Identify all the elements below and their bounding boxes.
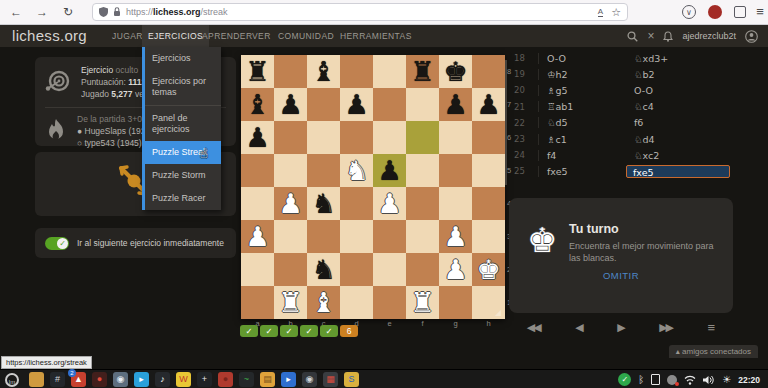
square-d8[interactable] — [340, 55, 373, 88]
move-row-24: 24f4♘xc2 — [508, 147, 740, 163]
black-pawn[interactable]: ♟ — [278, 88, 302, 121]
taskbar-icon-app-blue[interactable]: ▸ — [281, 372, 296, 387]
move-list: 18O-O♘xd3+19♔h2♘b220♗g5O-O21♖ab1♘c422♘d5… — [508, 50, 740, 180]
clock: 22:20 — [738, 375, 760, 385]
square-b7[interactable]: ♟ — [274, 88, 307, 121]
screen: ← → ↻ https://lichess.org/streak A ☆ ∨ ≡… — [0, 0, 768, 388]
square-f2[interactable] — [406, 253, 439, 286]
menu-item-ejercicios[interactable]: Ejercicios — [145, 47, 221, 70]
auto-next-card: ✓ Ir al siguiente ejercicio inmediatamen… — [35, 228, 236, 258]
file-label-g: g — [439, 319, 472, 328]
site-logo[interactable]: lichess.org — [12, 27, 87, 44]
white-move[interactable]: f4 — [538, 150, 626, 161]
black-move-current[interactable]: fxe5 — [626, 165, 730, 178]
square-e3[interactable] — [373, 220, 406, 253]
clipboard-icon[interactable] — [651, 374, 660, 385]
white-move[interactable]: ♘d5 — [538, 117, 626, 128]
taskbar-icon-app-swirl[interactable]: S — [344, 372, 359, 387]
black-pawn[interactable]: ♟ — [245, 121, 269, 154]
square-g1[interactable] — [439, 286, 472, 319]
square-d4[interactable] — [340, 187, 373, 220]
wifi-icon[interactable] — [684, 375, 696, 385]
notifications-icon[interactable] — [667, 375, 677, 385]
move-number: 23 — [508, 134, 538, 144]
target-icon — [45, 69, 71, 95]
from-game-text: De la partida 3+0 ● HugeSlaps (192 ○ typ… — [77, 113, 145, 149]
next-move-button[interactable]: ▶ — [617, 321, 623, 334]
skip-button[interactable]: OMITIR — [509, 270, 733, 281]
taskbar-icon-monitor[interactable]: ~ — [239, 372, 254, 387]
chess-board[interactable]: ♜♝♜♚♝♟♟♟♟♟♞♟♟♞♟♟♟♞♟♚♜♝♜ — [241, 55, 505, 319]
square-h8[interactable] — [472, 55, 505, 88]
white-king-icon: ♚ — [527, 220, 557, 260]
square-a8[interactable]: ♜ — [241, 55, 274, 88]
taskbar-apps: #▲2●◉▸♪W+●~▤▸◉▦S — [29, 372, 365, 387]
system-tray: ✓ ᛒ ☀ 22:20 — [618, 373, 768, 386]
move-row-20: 20♗g5O-O — [508, 82, 740, 98]
black-knight[interactable]: ♞ — [311, 253, 335, 286]
ejercicios-dropdown: EjerciciosEjercicios por temasPanel de e… — [142, 47, 221, 210]
move-number: 21 — [508, 102, 538, 112]
move-number: 22 — [508, 118, 538, 128]
square-a1[interactable] — [241, 286, 274, 319]
white-rook[interactable]: ♜ — [410, 286, 434, 319]
square-d2[interactable] — [340, 253, 373, 286]
square-c4[interactable]: ♞ — [307, 187, 340, 220]
analysis-menu-icon[interactable]: ≡ — [708, 320, 716, 335]
reload-button[interactable]: ↻ — [60, 4, 76, 20]
taskbar-icon-telegram[interactable]: ▸ — [134, 372, 149, 387]
volume-icon[interactable] — [703, 375, 715, 385]
square-c6[interactable] — [307, 121, 340, 154]
move-number: 19 — [508, 69, 538, 79]
square-h2[interactable]: ♚ — [472, 253, 505, 286]
square-a6[interactable]: ♟ — [241, 121, 274, 154]
taskbar-icon-brave[interactable]: ▲2 — [71, 372, 86, 387]
adblock-icon[interactable] — [708, 5, 722, 19]
username[interactable]: ajedrezclub2t — [682, 31, 736, 41]
square-d3[interactable] — [340, 220, 373, 253]
menu-item-ejercicios-por-temas[interactable]: Ejercicios por temas — [145, 70, 221, 104]
move-row-22: 22♘d5f6 — [508, 115, 740, 131]
shield-icon[interactable] — [99, 7, 108, 17]
auto-next-label: Ir al siguiente ejercicio inmediatamente — [77, 238, 224, 248]
first-move-button[interactable]: ◀◀ — [527, 321, 540, 334]
square-a5[interactable] — [241, 154, 274, 187]
taskbar-icon-app-dark[interactable]: + — [197, 372, 212, 387]
file-label-f: f — [406, 319, 439, 328]
black-rook[interactable]: ♜ — [410, 55, 434, 88]
square-g6[interactable] — [439, 121, 472, 154]
taskbar-icon-app-yellow[interactable]: W — [176, 372, 191, 387]
search-icon[interactable] — [627, 31, 638, 42]
taskbar-icon-app-gray[interactable]: ◉ — [113, 372, 128, 387]
turn-panel: ♚ Tu turno Encuentra el mejor movimiento… — [509, 198, 733, 313]
streak-solved-5: ✓ — [320, 325, 338, 337]
pocket-icon[interactable]: ∨ — [682, 5, 696, 19]
black-move[interactable]: ♘xd3+ — [626, 53, 730, 64]
browser-menu-icon[interactable]: ≡ — [752, 4, 768, 20]
move-number: 20 — [508, 85, 538, 95]
turn-title: Tu turno — [569, 222, 619, 236]
square-g2[interactable]: ♟ — [439, 253, 472, 286]
square-g7[interactable]: ♟ — [439, 88, 472, 121]
white-rook[interactable]: ♜ — [278, 286, 302, 319]
square-d6[interactable] — [340, 121, 373, 154]
square-b1[interactable]: ♜ — [274, 286, 307, 319]
taskbar-icon-files[interactable] — [29, 372, 44, 387]
status-tooltip: https://lichess.org/streak — [1, 356, 92, 369]
white-move[interactable]: O-O — [538, 53, 626, 64]
black-move[interactable]: ♘c4 — [626, 101, 730, 112]
start-menu-button[interactable]: lm — [5, 373, 19, 387]
white-move[interactable]: ♖ab1 — [538, 101, 626, 112]
translate-icon[interactable]: A — [598, 7, 603, 17]
move-number: 25 — [508, 166, 538, 176]
brightness-icon[interactable]: ☀ — [722, 374, 731, 385]
url-text[interactable]: https://lichess.org/streak — [126, 7, 228, 17]
back-button[interactable]: ← — [8, 4, 24, 20]
move-row-19: 19♔h2♘b2 — [508, 66, 740, 82]
auto-next-toggle[interactable]: ✓ — [45, 237, 69, 250]
square-e6[interactable] — [373, 121, 406, 154]
bluetooth-icon[interactable]: ᛒ — [638, 374, 644, 385]
black-pawn[interactable]: ♟ — [344, 88, 368, 121]
nav-item-aprender[interactable]: APRENDER — [202, 25, 252, 47]
extensions-icon[interactable] — [734, 6, 746, 18]
taskbar-icon-app-grid[interactable]: ▦ — [323, 372, 338, 387]
url-bar[interactable]: https://lichess.org/streak A ☆ — [92, 3, 628, 21]
square-h3[interactable] — [472, 220, 505, 253]
move-number: 18 — [508, 53, 538, 63]
black-move[interactable]: ♘b2 — [626, 69, 730, 80]
nav-item-jugar[interactable]: JUGAR — [112, 25, 143, 47]
white-pawn[interactable]: ♟ — [377, 187, 401, 220]
square-g3[interactable]: ♟ — [439, 220, 472, 253]
move-row-23: 23♗c1♘d4 — [508, 131, 740, 147]
square-f1[interactable]: ♜ — [406, 286, 439, 319]
square-c5[interactable] — [307, 154, 340, 187]
square-a3[interactable]: ♟ — [241, 220, 274, 253]
square-c3[interactable] — [307, 220, 340, 253]
square-d5[interactable]: ♞ — [340, 154, 373, 187]
white-move[interactable]: ♔h2 — [538, 69, 626, 80]
streak-solved-3: ✓ — [280, 325, 298, 337]
white-pawn[interactable]: ♟ — [443, 220, 467, 253]
square-h6[interactable] — [472, 121, 505, 154]
menu-item-puzzle-storm[interactable]: Puzzle Storm — [145, 164, 221, 187]
white-bishop[interactable]: ♝ — [311, 286, 335, 319]
square-f7[interactable] — [406, 88, 439, 121]
square-e5[interactable]: ♟ — [373, 154, 406, 187]
black-move[interactable]: O-O — [626, 85, 730, 96]
black-pawn[interactable]: ♟ — [377, 154, 401, 187]
square-e7[interactable] — [373, 88, 406, 121]
white-pawn[interactable]: ♟ — [245, 220, 269, 253]
browser-toolbar: ← → ↻ https://lichess.org/streak A ☆ ∨ ≡ — [0, 0, 768, 25]
lock-icon — [113, 7, 121, 17]
square-a7[interactable]: ♝ — [241, 88, 274, 121]
black-bishop[interactable]: ♝ — [311, 55, 335, 88]
menu-item-puzzle-streak[interactable]: Puzzle Streak — [145, 141, 221, 164]
square-c1[interactable]: ♝ — [307, 286, 340, 319]
white-knight[interactable]: ♞ — [344, 154, 368, 187]
bell-icon[interactable] — [663, 31, 673, 42]
square-f6[interactable] — [406, 121, 439, 154]
turn-subtitle: Encuentra el mejor movimiento para las b… — [569, 240, 719, 264]
last-move-button[interactable]: ▶▶ — [659, 321, 672, 334]
square-g8[interactable]: ♚ — [439, 55, 472, 88]
move-row-18: 18O-O♘xd3+ — [508, 50, 740, 66]
prev-move-button[interactable]: ◀ — [575, 321, 581, 334]
cursor-hand-icon: ☝ — [200, 146, 208, 161]
menu-item-panel-de-ejercicios[interactable]: Panel de ejercicios — [145, 107, 221, 141]
nav-item-ver[interactable]: VER — [252, 25, 271, 47]
square-b6[interactable] — [274, 121, 307, 154]
menu-item-puzzle-racer[interactable]: Puzzle Racer — [145, 187, 221, 210]
square-b2[interactable] — [274, 253, 307, 286]
streak-current: 6 — [340, 325, 358, 337]
square-b8[interactable] — [274, 55, 307, 88]
square-g4[interactable] — [439, 187, 472, 220]
move-row-21: 21♖ab1♘c4 — [508, 99, 740, 115]
square-f3[interactable] — [406, 220, 439, 253]
square-b5[interactable] — [274, 154, 307, 187]
black-king[interactable]: ♚ — [443, 55, 467, 88]
square-h7[interactable]: ♟ — [472, 88, 505, 121]
bookmark-star-icon[interactable]: ☆ — [611, 6, 621, 19]
move-number: 24 — [508, 150, 538, 160]
move-row-25: 25fxe5fxe5 — [508, 163, 740, 179]
square-c2[interactable]: ♞ — [307, 253, 340, 286]
square-b4[interactable]: ♟ — [274, 187, 307, 220]
taskbar-icon-app-crimson[interactable]: ● — [218, 372, 233, 387]
square-g5[interactable] — [439, 154, 472, 187]
square-c8[interactable]: ♝ — [307, 55, 340, 88]
navbar-right: × ajedrezclub2t — [627, 25, 758, 47]
avatar-icon[interactable] — [745, 30, 758, 43]
black-bishop[interactable]: ♝ — [245, 88, 269, 121]
black-move[interactable]: ♘d4 — [626, 134, 730, 145]
puzzle-info-text: Ejercicio oculto Puntuación: 1112 Jugado… — [81, 64, 148, 100]
white-pawn[interactable]: ♟ — [278, 187, 302, 220]
square-f8[interactable]: ♜ — [406, 55, 439, 88]
white-king[interactable]: ♚ — [476, 253, 500, 286]
black-pawn[interactable]: ♟ — [476, 88, 500, 121]
taskbar-icon-app-red[interactable]: ● — [92, 372, 107, 387]
challenges-icon[interactable]: × — [647, 30, 654, 42]
forward-button[interactable]: → — [34, 4, 50, 20]
square-e8[interactable] — [373, 55, 406, 88]
square-f4[interactable] — [406, 187, 439, 220]
nav-item-comunidad[interactable]: COMUNIDAD — [278, 25, 334, 47]
taskbar-icon-screenshot[interactable]: ◉ — [302, 372, 317, 387]
white-move[interactable]: fxe5 — [538, 166, 626, 177]
square-h4[interactable] — [472, 187, 505, 220]
square-c7[interactable] — [307, 88, 340, 121]
black-pawn[interactable]: ♟ — [443, 88, 467, 121]
site-navbar: lichess.org JUGAREJERCICIOSAPRENDERVERCO… — [0, 25, 768, 47]
white-move[interactable]: ♗c1 — [538, 134, 626, 145]
nav-item-herramientas[interactable]: HERRAMIENTAS — [340, 25, 412, 47]
white-pawn[interactable]: ♟ — [443, 253, 467, 286]
square-a2[interactable] — [241, 253, 274, 286]
badge: 2 — [68, 369, 76, 377]
black-move[interactable]: f6 — [626, 117, 730, 128]
square-b3[interactable] — [274, 220, 307, 253]
board-resize-grip[interactable]: ◢ — [495, 308, 501, 317]
file-label-h: h — [472, 319, 505, 328]
black-rook[interactable]: ♜ — [245, 55, 269, 88]
square-e1[interactable] — [373, 286, 406, 319]
movelist-scrollbar[interactable] — [505, 60, 507, 185]
square-e4[interactable]: ♟ — [373, 187, 406, 220]
square-a4[interactable] — [241, 187, 274, 220]
square-e2[interactable] — [373, 253, 406, 286]
nav-item-ejercicios[interactable]: EJERCICIOS — [142, 25, 209, 47]
taskbar: lm #▲2●◉▸♪W+●~▤▸◉▦S ✓ ᛒ ☀ 22:20 — [0, 369, 768, 388]
flame-icon — [45, 118, 67, 144]
black-knight[interactable]: ♞ — [311, 187, 335, 220]
streak-solved-4: ✓ — [300, 325, 318, 337]
taskbar-icon-terminal[interactable]: # — [50, 372, 65, 387]
square-h5[interactable] — [472, 154, 505, 187]
streak-solved-1: ✓ — [240, 325, 258, 337]
square-d7[interactable]: ♟ — [340, 88, 373, 121]
menu-divider — [145, 105, 221, 106]
square-d1[interactable] — [340, 286, 373, 319]
white-move[interactable]: ♗g5 — [538, 85, 626, 96]
streak-progress: ✓✓✓✓✓6 — [240, 325, 358, 337]
black-move[interactable]: ♘xc2 — [626, 150, 730, 161]
antivirus-icon[interactable]: ✓ — [618, 373, 631, 386]
square-f5[interactable] — [406, 154, 439, 187]
friends-online-button[interactable]: ▴ amigos conectados — [669, 345, 758, 358]
taskbar-icon-music[interactable]: ♪ — [155, 372, 170, 387]
file-label-e: e — [373, 319, 406, 328]
taskbar-icon-notes[interactable]: ▤ — [260, 372, 275, 387]
toggle-knob: ✓ — [57, 238, 68, 249]
streak-solved-2: ✓ — [260, 325, 278, 337]
replay-nav: ◀◀ ◀ ▶ ▶▶ ≡ — [509, 320, 733, 335]
